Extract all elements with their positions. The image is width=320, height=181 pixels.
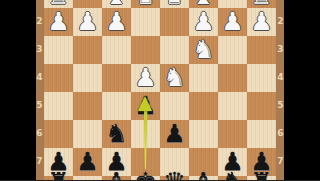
letterbox-right bbox=[284, 0, 320, 180]
square-d1[interactable]: ♛ bbox=[160, 0, 189, 8]
rank-label-2: 2 bbox=[35, 17, 44, 26]
white-knight-c3[interactable]: ♞ bbox=[189, 36, 218, 64]
black-bishop-f8[interactable]: ♝ bbox=[102, 168, 131, 181]
square-a2[interactable]: ♟ bbox=[247, 8, 276, 36]
chess-board[interactable]: ♜♝♚♛♝♜♟♟♟♟♟♟♞♟♞♟♞♟♟♟♟♟♟♜♝♚♛♝♞♜ bbox=[44, 0, 276, 180]
square-c3[interactable]: ♞ bbox=[189, 36, 218, 64]
video-frame: ♜♝♚♛♝♜♟♟♟♟♟♟♞♟♞♟♞♟♟♟♟♟♟♜♝♚♛♝♞♜ 234567 23… bbox=[0, 0, 320, 180]
square-a4[interactable] bbox=[247, 64, 276, 92]
square-g8[interactable] bbox=[73, 176, 102, 181]
black-knight-b8[interactable]: ♞ bbox=[218, 168, 247, 181]
square-h2[interactable]: ♟ bbox=[44, 8, 73, 36]
white-pawn-c2[interactable]: ♟ bbox=[189, 8, 218, 36]
square-d6[interactable]: ♟ bbox=[160, 120, 189, 148]
black-pawn-d6[interactable]: ♟ bbox=[160, 120, 189, 148]
square-a8[interactable]: ♜ bbox=[247, 176, 276, 181]
square-e2[interactable] bbox=[131, 8, 160, 36]
black-king-e8[interactable]: ♚ bbox=[131, 168, 160, 181]
square-h4[interactable] bbox=[44, 64, 73, 92]
white-pawn-g2[interactable]: ♟ bbox=[73, 8, 102, 36]
square-f6[interactable]: ♞ bbox=[102, 120, 131, 148]
white-pawn-a2[interactable]: ♟ bbox=[247, 8, 276, 36]
rank-label-6: 6 bbox=[35, 129, 44, 138]
square-c4[interactable] bbox=[189, 64, 218, 92]
square-h5[interactable] bbox=[44, 92, 73, 120]
square-e5[interactable]: ♟ bbox=[131, 92, 160, 120]
square-d5[interactable] bbox=[160, 92, 189, 120]
square-b6[interactable] bbox=[218, 120, 247, 148]
black-knight-f6[interactable]: ♞ bbox=[102, 120, 131, 148]
rank-label-4: 4 bbox=[35, 73, 44, 82]
square-g3[interactable] bbox=[73, 36, 102, 64]
rank-label-7: 7 bbox=[35, 157, 44, 166]
square-c5[interactable] bbox=[189, 92, 218, 120]
square-f3[interactable] bbox=[102, 36, 131, 64]
square-h8[interactable]: ♜ bbox=[44, 176, 73, 181]
square-a3[interactable] bbox=[247, 36, 276, 64]
square-d8[interactable]: ♛ bbox=[160, 176, 189, 181]
square-d4[interactable]: ♞ bbox=[160, 64, 189, 92]
square-f4[interactable] bbox=[102, 64, 131, 92]
black-rook-a8[interactable]: ♜ bbox=[247, 168, 276, 181]
square-d2[interactable] bbox=[160, 8, 189, 36]
rank-labels-left: 234567 bbox=[35, 0, 44, 180]
white-king-e1[interactable]: ♚ bbox=[131, 0, 160, 10]
square-e3[interactable] bbox=[131, 36, 160, 64]
white-pawn-h2[interactable]: ♟ bbox=[44, 8, 73, 36]
square-b3[interactable] bbox=[218, 36, 247, 64]
square-h3[interactable] bbox=[44, 36, 73, 64]
square-d3[interactable] bbox=[160, 36, 189, 64]
black-rook-h8[interactable]: ♜ bbox=[44, 168, 73, 181]
white-pawn-e4[interactable]: ♟ bbox=[131, 64, 160, 92]
square-b2[interactable]: ♟ bbox=[218, 8, 247, 36]
square-c2[interactable]: ♟ bbox=[189, 8, 218, 36]
square-e1[interactable]: ♚ bbox=[131, 0, 160, 8]
square-g4[interactable] bbox=[73, 64, 102, 92]
white-knight-d4[interactable]: ♞ bbox=[160, 64, 189, 92]
white-pawn-f2[interactable]: ♟ bbox=[102, 8, 131, 36]
square-e6[interactable] bbox=[131, 120, 160, 148]
square-f2[interactable]: ♟ bbox=[102, 8, 131, 36]
square-c6[interactable] bbox=[189, 120, 218, 148]
square-a5[interactable] bbox=[247, 92, 276, 120]
rank-label-3: 3 bbox=[35, 45, 44, 54]
square-h6[interactable] bbox=[44, 120, 73, 148]
black-pawn-e5[interactable]: ♟ bbox=[131, 92, 160, 120]
square-g6[interactable] bbox=[73, 120, 102, 148]
square-e4[interactable]: ♟ bbox=[131, 64, 160, 92]
square-b8[interactable]: ♞ bbox=[218, 176, 247, 181]
square-f8[interactable]: ♝ bbox=[102, 176, 131, 181]
square-a6[interactable] bbox=[247, 120, 276, 148]
black-queen-d8[interactable]: ♛ bbox=[160, 168, 189, 181]
black-bishop-c8[interactable]: ♝ bbox=[189, 168, 218, 181]
letterbox-left bbox=[0, 0, 36, 180]
square-b4[interactable] bbox=[218, 64, 247, 92]
square-e8[interactable]: ♚ bbox=[131, 176, 160, 181]
square-g2[interactable]: ♟ bbox=[73, 8, 102, 36]
black-pawn-g7[interactable]: ♟ bbox=[73, 148, 102, 176]
square-b5[interactable] bbox=[218, 92, 247, 120]
white-queen-d1[interactable]: ♛ bbox=[160, 0, 189, 10]
square-c8[interactable]: ♝ bbox=[189, 176, 218, 181]
rank-label-5: 5 bbox=[35, 101, 44, 110]
square-f5[interactable] bbox=[102, 92, 131, 120]
square-g5[interactable] bbox=[73, 92, 102, 120]
square-g7[interactable]: ♟ bbox=[73, 148, 102, 176]
white-pawn-b2[interactable]: ♟ bbox=[218, 8, 247, 36]
